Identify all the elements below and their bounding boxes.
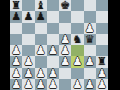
piece-white-pawn[interactable]: ♟: [48, 79, 58, 90]
square-h6[interactable]: [96, 23, 108, 34]
piece-white-pawn[interactable]: ♟: [85, 56, 95, 67]
square-c1[interactable]: ♟: [35, 79, 47, 90]
square-g5[interactable]: ♛: [84, 34, 96, 45]
piece-white-pawn[interactable]: ♟: [48, 68, 58, 79]
square-a1[interactable]: ♟: [10, 79, 22, 90]
piece-white-pawn[interactable]: ♟: [60, 56, 70, 67]
piece-black-pawn[interactable]: ♟: [11, 11, 21, 22]
square-c3[interactable]: [35, 56, 47, 67]
square-d6[interactable]: [47, 23, 59, 34]
square-f1[interactable]: ♟: [71, 79, 83, 90]
square-g1[interactable]: ♟: [84, 79, 96, 90]
square-f7[interactable]: [71, 11, 83, 22]
letterbox-bar-left: [0, 0, 10, 90]
video-frame: ♜♝♚♟♟♟♟♟♞♛♟♟♟♟♟♟♟♟♟♜♟♟♟♟♟♟♟♟♟♟♟♟: [0, 0, 120, 90]
square-h3[interactable]: ♜: [96, 56, 108, 67]
square-h8[interactable]: [96, 0, 108, 11]
square-e8[interactable]: ♚: [59, 0, 71, 11]
square-d4[interactable]: ♟: [47, 45, 59, 56]
piece-white-pawn[interactable]: ♟: [11, 56, 21, 67]
square-b1[interactable]: ♟: [22, 79, 34, 90]
piece-black-pawn[interactable]: ♟: [36, 11, 46, 22]
piece-black-knight[interactable]: ♞: [72, 34, 82, 45]
piece-white-pawn[interactable]: ♟: [48, 45, 58, 56]
square-g3[interactable]: ♟: [84, 56, 96, 67]
piece-white-pawn[interactable]: ♟: [23, 68, 33, 79]
letterbox-bar-right: [108, 0, 120, 90]
square-a3[interactable]: ♟: [10, 56, 22, 67]
square-c6[interactable]: [35, 23, 47, 34]
piece-white-pawn[interactable]: ♟: [85, 79, 95, 90]
piece-black-king[interactable]: ♚: [60, 0, 70, 11]
square-c7[interactable]: ♟: [35, 11, 47, 22]
piece-white-pawn[interactable]: ♟: [97, 79, 107, 90]
piece-black-queen[interactable]: ♛: [85, 34, 95, 45]
square-e7[interactable]: [59, 11, 71, 22]
square-h7[interactable]: [96, 11, 108, 22]
piece-white-pawn[interactable]: ♟: [85, 23, 95, 34]
square-h1[interactable]: ♟: [96, 79, 108, 90]
square-c4[interactable]: ♟: [35, 45, 47, 56]
piece-white-pawn[interactable]: ♟: [11, 79, 21, 90]
piece-black-pawn[interactable]: ♟: [23, 11, 33, 22]
square-f5[interactable]: ♞: [71, 34, 83, 45]
square-h5[interactable]: [96, 34, 108, 45]
square-f8[interactable]: [71, 0, 83, 11]
square-d8[interactable]: [47, 0, 59, 11]
square-d1[interactable]: ♟: [47, 79, 59, 90]
square-f3[interactable]: ♟: [71, 56, 83, 67]
square-a7[interactable]: ♟: [10, 11, 22, 22]
piece-white-pawn[interactable]: ♟: [23, 79, 33, 90]
piece-white-pawn[interactable]: ♟: [72, 56, 82, 67]
square-g7[interactable]: [84, 11, 96, 22]
square-a6[interactable]: [10, 23, 22, 34]
square-g8[interactable]: [84, 0, 96, 11]
square-e1[interactable]: [59, 79, 71, 90]
piece-white-pawn[interactable]: ♟: [11, 68, 21, 79]
piece-white-pawn[interactable]: ♟: [97, 68, 107, 79]
square-b7[interactable]: ♟: [22, 11, 34, 22]
square-d3[interactable]: [47, 56, 59, 67]
chess-board[interactable]: ♜♝♚♟♟♟♟♟♞♛♟♟♟♟♟♟♟♟♟♜♟♟♟♟♟♟♟♟♟♟♟♟: [10, 0, 108, 90]
piece-white-pawn[interactable]: ♟: [72, 79, 82, 90]
square-b3[interactable]: ♟: [22, 56, 34, 67]
square-b5[interactable]: [22, 34, 34, 45]
square-e3[interactable]: ♟: [59, 56, 71, 67]
square-e2[interactable]: [59, 68, 71, 79]
piece-white-pawn[interactable]: ♟: [36, 79, 46, 90]
square-d7[interactable]: [47, 11, 59, 22]
piece-black-rook[interactable]: ♜: [97, 56, 107, 67]
piece-white-pawn[interactable]: ♟: [36, 45, 46, 56]
piece-white-pawn[interactable]: ♟: [36, 68, 46, 79]
square-b6[interactable]: [22, 23, 34, 34]
piece-white-pawn[interactable]: ♟: [23, 56, 33, 67]
